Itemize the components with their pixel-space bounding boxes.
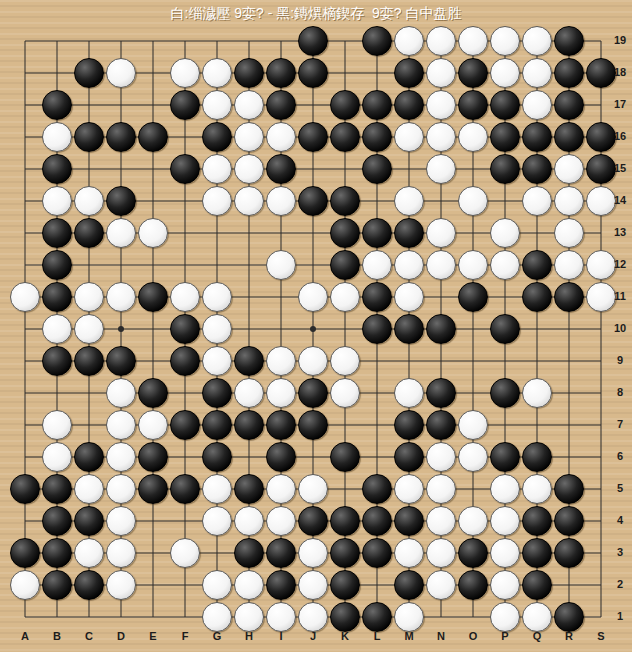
intersection-D5[interactable]	[105, 473, 137, 505]
intersection-H14[interactable]	[233, 185, 265, 217]
intersection-A3[interactable]	[9, 537, 41, 569]
intersection-R11[interactable]	[553, 281, 585, 313]
intersection-A6[interactable]	[9, 441, 41, 473]
intersection-P5[interactable]	[489, 473, 521, 505]
intersection-L17[interactable]	[361, 89, 393, 121]
intersection-L19[interactable]	[361, 25, 393, 57]
intersection-B7[interactable]	[41, 409, 73, 441]
intersection-M10[interactable]	[393, 313, 425, 345]
intersection-A8[interactable]	[9, 377, 41, 409]
intersection-E11[interactable]	[137, 281, 169, 313]
intersection-B12[interactable]	[41, 249, 73, 281]
intersection-L1[interactable]	[361, 601, 393, 633]
intersection-D3[interactable]	[105, 537, 137, 569]
intersection-G2[interactable]	[201, 569, 233, 601]
intersection-R14[interactable]	[553, 185, 585, 217]
intersection-M5[interactable]	[393, 473, 425, 505]
intersection-J10[interactable]	[297, 313, 329, 345]
intersection-F3[interactable]	[169, 537, 201, 569]
intersection-J15[interactable]	[297, 153, 329, 185]
intersection-P17[interactable]	[489, 89, 521, 121]
intersection-D18[interactable]	[105, 57, 137, 89]
intersection-N14[interactable]	[425, 185, 457, 217]
intersection-N4[interactable]	[425, 505, 457, 537]
intersection-F11[interactable]	[169, 281, 201, 313]
intersection-L12[interactable]	[361, 249, 393, 281]
intersection-P13[interactable]	[489, 217, 521, 249]
intersection-Q5[interactable]	[521, 473, 553, 505]
intersection-D10[interactable]	[105, 313, 137, 345]
intersection-K10[interactable]	[329, 313, 361, 345]
intersection-M4[interactable]	[393, 505, 425, 537]
intersection-C5[interactable]	[73, 473, 105, 505]
intersection-C2[interactable]	[73, 569, 105, 601]
intersection-L2[interactable]	[361, 569, 393, 601]
intersection-Q12[interactable]	[521, 249, 553, 281]
intersection-F17[interactable]	[169, 89, 201, 121]
intersection-R2[interactable]	[553, 569, 585, 601]
intersection-E13[interactable]	[137, 217, 169, 249]
intersection-C16[interactable]	[73, 121, 105, 153]
intersection-P6[interactable]	[489, 441, 521, 473]
intersection-R7[interactable]	[553, 409, 585, 441]
intersection-J6[interactable]	[297, 441, 329, 473]
intersection-G8[interactable]	[201, 377, 233, 409]
intersection-R13[interactable]	[553, 217, 585, 249]
intersection-J2[interactable]	[297, 569, 329, 601]
intersection-K8[interactable]	[329, 377, 361, 409]
intersection-A16[interactable]	[9, 121, 41, 153]
intersection-D17[interactable]	[105, 89, 137, 121]
intersection-I19[interactable]	[265, 25, 297, 57]
intersection-R17[interactable]	[553, 89, 585, 121]
intersection-G18[interactable]	[201, 57, 233, 89]
intersection-N9[interactable]	[425, 345, 457, 377]
intersection-L7[interactable]	[361, 409, 393, 441]
intersection-G11[interactable]	[201, 281, 233, 313]
intersection-N12[interactable]	[425, 249, 457, 281]
intersection-H10[interactable]	[233, 313, 265, 345]
intersection-J19[interactable]	[297, 25, 329, 57]
intersection-J7[interactable]	[297, 409, 329, 441]
intersection-L18[interactable]	[361, 57, 393, 89]
intersection-K5[interactable]	[329, 473, 361, 505]
intersection-B3[interactable]	[41, 537, 73, 569]
intersection-N15[interactable]	[425, 153, 457, 185]
intersection-M12[interactable]	[393, 249, 425, 281]
intersection-G16[interactable]	[201, 121, 233, 153]
intersection-E6[interactable]	[137, 441, 169, 473]
intersection-B2[interactable]	[41, 569, 73, 601]
intersection-Q19[interactable]	[521, 25, 553, 57]
intersection-F5[interactable]	[169, 473, 201, 505]
intersection-F8[interactable]	[169, 377, 201, 409]
intersection-A2[interactable]	[9, 569, 41, 601]
intersection-Q1[interactable]	[521, 601, 553, 633]
intersection-F7[interactable]	[169, 409, 201, 441]
intersection-D2[interactable]	[105, 569, 137, 601]
intersection-B6[interactable]	[41, 441, 73, 473]
intersection-C15[interactable]	[73, 153, 105, 185]
intersection-O9[interactable]	[457, 345, 489, 377]
intersection-G1[interactable]	[201, 601, 233, 633]
intersection-O4[interactable]	[457, 505, 489, 537]
intersection-Q17[interactable]	[521, 89, 553, 121]
intersection-O10[interactable]	[457, 313, 489, 345]
intersection-A12[interactable]	[9, 249, 41, 281]
intersection-L13[interactable]	[361, 217, 393, 249]
intersection-N11[interactable]	[425, 281, 457, 313]
intersection-P7[interactable]	[489, 409, 521, 441]
intersection-I5[interactable]	[265, 473, 297, 505]
intersection-C17[interactable]	[73, 89, 105, 121]
intersection-P15[interactable]	[489, 153, 521, 185]
intersection-B1[interactable]	[41, 601, 73, 633]
intersection-Q11[interactable]	[521, 281, 553, 313]
intersection-K19[interactable]	[329, 25, 361, 57]
intersection-R15[interactable]	[553, 153, 585, 185]
intersection-R3[interactable]	[553, 537, 585, 569]
intersection-M18[interactable]	[393, 57, 425, 89]
intersection-G7[interactable]	[201, 409, 233, 441]
intersection-K11[interactable]	[329, 281, 361, 313]
intersection-O7[interactable]	[457, 409, 489, 441]
intersection-D11[interactable]	[105, 281, 137, 313]
intersection-E10[interactable]	[137, 313, 169, 345]
intersection-A10[interactable]	[9, 313, 41, 345]
intersection-K4[interactable]	[329, 505, 361, 537]
intersection-P11[interactable]	[489, 281, 521, 313]
intersection-K15[interactable]	[329, 153, 361, 185]
intersection-A17[interactable]	[9, 89, 41, 121]
intersection-J14[interactable]	[297, 185, 329, 217]
intersection-M14[interactable]	[393, 185, 425, 217]
intersection-H17[interactable]	[233, 89, 265, 121]
intersection-P4[interactable]	[489, 505, 521, 537]
intersection-P3[interactable]	[489, 537, 521, 569]
intersection-H15[interactable]	[233, 153, 265, 185]
intersection-F13[interactable]	[169, 217, 201, 249]
intersection-G6[interactable]	[201, 441, 233, 473]
intersection-H13[interactable]	[233, 217, 265, 249]
intersection-E8[interactable]	[137, 377, 169, 409]
intersection-A1[interactable]	[9, 601, 41, 633]
intersection-H7[interactable]	[233, 409, 265, 441]
intersection-J5[interactable]	[297, 473, 329, 505]
intersection-L14[interactable]	[361, 185, 393, 217]
intersection-A15[interactable]	[9, 153, 41, 185]
intersection-K3[interactable]	[329, 537, 361, 569]
intersection-P1[interactable]	[489, 601, 521, 633]
intersection-G5[interactable]	[201, 473, 233, 505]
intersection-O2[interactable]	[457, 569, 489, 601]
intersection-R4[interactable]	[553, 505, 585, 537]
intersection-E4[interactable]	[137, 505, 169, 537]
intersection-H5[interactable]	[233, 473, 265, 505]
intersection-C9[interactable]	[73, 345, 105, 377]
intersection-A5[interactable]	[9, 473, 41, 505]
intersection-G17[interactable]	[201, 89, 233, 121]
intersection-B17[interactable]	[41, 89, 73, 121]
intersection-H11[interactable]	[233, 281, 265, 313]
intersection-L4[interactable]	[361, 505, 393, 537]
intersection-O3[interactable]	[457, 537, 489, 569]
intersection-A7[interactable]	[9, 409, 41, 441]
intersection-M17[interactable]	[393, 89, 425, 121]
intersection-N2[interactable]	[425, 569, 457, 601]
intersection-O15[interactable]	[457, 153, 489, 185]
intersection-D13[interactable]	[105, 217, 137, 249]
intersection-P18[interactable]	[489, 57, 521, 89]
intersection-L9[interactable]	[361, 345, 393, 377]
intersection-P10[interactable]	[489, 313, 521, 345]
intersection-F10[interactable]	[169, 313, 201, 345]
intersection-B13[interactable]	[41, 217, 73, 249]
intersection-B5[interactable]	[41, 473, 73, 505]
intersection-O6[interactable]	[457, 441, 489, 473]
intersection-G15[interactable]	[201, 153, 233, 185]
intersection-H9[interactable]	[233, 345, 265, 377]
intersection-R9[interactable]	[553, 345, 585, 377]
intersection-B10[interactable]	[41, 313, 73, 345]
intersection-J3[interactable]	[297, 537, 329, 569]
intersection-C18[interactable]	[73, 57, 105, 89]
intersection-M2[interactable]	[393, 569, 425, 601]
intersection-J4[interactable]	[297, 505, 329, 537]
intersection-L5[interactable]	[361, 473, 393, 505]
intersection-H3[interactable]	[233, 537, 265, 569]
intersection-M8[interactable]	[393, 377, 425, 409]
intersection-L3[interactable]	[361, 537, 393, 569]
intersection-H4[interactable]	[233, 505, 265, 537]
intersection-J9[interactable]	[297, 345, 329, 377]
intersection-F12[interactable]	[169, 249, 201, 281]
intersection-K17[interactable]	[329, 89, 361, 121]
intersection-I4[interactable]	[265, 505, 297, 537]
intersection-E16[interactable]	[137, 121, 169, 153]
intersection-I14[interactable]	[265, 185, 297, 217]
intersection-N6[interactable]	[425, 441, 457, 473]
intersection-E1[interactable]	[137, 601, 169, 633]
intersection-E7[interactable]	[137, 409, 169, 441]
intersection-A14[interactable]	[9, 185, 41, 217]
intersection-N8[interactable]	[425, 377, 457, 409]
intersection-D19[interactable]	[105, 25, 137, 57]
intersection-O5[interactable]	[457, 473, 489, 505]
intersection-B11[interactable]	[41, 281, 73, 313]
intersection-Q8[interactable]	[521, 377, 553, 409]
intersection-E18[interactable]	[137, 57, 169, 89]
intersection-P19[interactable]	[489, 25, 521, 57]
intersection-K18[interactable]	[329, 57, 361, 89]
intersection-P12[interactable]	[489, 249, 521, 281]
intersection-I9[interactable]	[265, 345, 297, 377]
intersection-E2[interactable]	[137, 569, 169, 601]
intersection-O13[interactable]	[457, 217, 489, 249]
intersection-R5[interactable]	[553, 473, 585, 505]
intersection-R16[interactable]	[553, 121, 585, 153]
intersection-D8[interactable]	[105, 377, 137, 409]
intersection-N1[interactable]	[425, 601, 457, 633]
intersection-F14[interactable]	[169, 185, 201, 217]
intersection-C14[interactable]	[73, 185, 105, 217]
intersection-H16[interactable]	[233, 121, 265, 153]
intersection-H6[interactable]	[233, 441, 265, 473]
intersection-M1[interactable]	[393, 601, 425, 633]
intersection-E17[interactable]	[137, 89, 169, 121]
intersection-Q13[interactable]	[521, 217, 553, 249]
intersection-M3[interactable]	[393, 537, 425, 569]
intersection-K13[interactable]	[329, 217, 361, 249]
intersection-A13[interactable]	[9, 217, 41, 249]
intersection-E15[interactable]	[137, 153, 169, 185]
intersection-O19[interactable]	[457, 25, 489, 57]
intersection-A19[interactable]	[9, 25, 41, 57]
intersection-P9[interactable]	[489, 345, 521, 377]
intersection-C6[interactable]	[73, 441, 105, 473]
intersection-E12[interactable]	[137, 249, 169, 281]
intersection-I7[interactable]	[265, 409, 297, 441]
intersection-I17[interactable]	[265, 89, 297, 121]
intersection-L15[interactable]	[361, 153, 393, 185]
intersection-C1[interactable]	[73, 601, 105, 633]
intersection-Q14[interactable]	[521, 185, 553, 217]
intersection-B9[interactable]	[41, 345, 73, 377]
intersection-K9[interactable]	[329, 345, 361, 377]
intersection-E5[interactable]	[137, 473, 169, 505]
intersection-E3[interactable]	[137, 537, 169, 569]
intersection-N3[interactable]	[425, 537, 457, 569]
intersection-J13[interactable]	[297, 217, 329, 249]
intersection-C3[interactable]	[73, 537, 105, 569]
intersection-D7[interactable]	[105, 409, 137, 441]
intersection-B14[interactable]	[41, 185, 73, 217]
intersection-O12[interactable]	[457, 249, 489, 281]
intersection-F4[interactable]	[169, 505, 201, 537]
intersection-G13[interactable]	[201, 217, 233, 249]
intersection-Q16[interactable]	[521, 121, 553, 153]
intersection-M11[interactable]	[393, 281, 425, 313]
intersection-Q10[interactable]	[521, 313, 553, 345]
intersection-B4[interactable]	[41, 505, 73, 537]
intersection-K7[interactable]	[329, 409, 361, 441]
intersection-M9[interactable]	[393, 345, 425, 377]
intersection-G14[interactable]	[201, 185, 233, 217]
intersection-I16[interactable]	[265, 121, 297, 153]
intersection-C4[interactable]	[73, 505, 105, 537]
intersection-D16[interactable]	[105, 121, 137, 153]
intersection-F1[interactable]	[169, 601, 201, 633]
intersection-B19[interactable]	[41, 25, 73, 57]
intersection-I8[interactable]	[265, 377, 297, 409]
intersection-L8[interactable]	[361, 377, 393, 409]
intersection-L6[interactable]	[361, 441, 393, 473]
intersection-B8[interactable]	[41, 377, 73, 409]
intersection-J16[interactable]	[297, 121, 329, 153]
intersection-F6[interactable]	[169, 441, 201, 473]
intersection-H8[interactable]	[233, 377, 265, 409]
intersection-K12[interactable]	[329, 249, 361, 281]
intersection-O16[interactable]	[457, 121, 489, 153]
intersection-B16[interactable]	[41, 121, 73, 153]
intersection-N10[interactable]	[425, 313, 457, 345]
intersection-I10[interactable]	[265, 313, 297, 345]
intersection-L16[interactable]	[361, 121, 393, 153]
intersection-I12[interactable]	[265, 249, 297, 281]
intersection-C12[interactable]	[73, 249, 105, 281]
intersection-N19[interactable]	[425, 25, 457, 57]
intersection-E19[interactable]	[137, 25, 169, 57]
intersection-D9[interactable]	[105, 345, 137, 377]
intersection-F9[interactable]	[169, 345, 201, 377]
intersection-O17[interactable]	[457, 89, 489, 121]
intersection-M19[interactable]	[393, 25, 425, 57]
intersection-C11[interactable]	[73, 281, 105, 313]
intersection-H18[interactable]	[233, 57, 265, 89]
intersection-C19[interactable]	[73, 25, 105, 57]
intersection-D1[interactable]	[105, 601, 137, 633]
intersection-J8[interactable]	[297, 377, 329, 409]
intersection-F18[interactable]	[169, 57, 201, 89]
intersection-F16[interactable]	[169, 121, 201, 153]
intersection-J11[interactable]	[297, 281, 329, 313]
intersection-G12[interactable]	[201, 249, 233, 281]
intersection-I11[interactable]	[265, 281, 297, 313]
intersection-M15[interactable]	[393, 153, 425, 185]
intersection-C7[interactable]	[73, 409, 105, 441]
intersection-G3[interactable]	[201, 537, 233, 569]
intersection-B15[interactable]	[41, 153, 73, 185]
intersection-K6[interactable]	[329, 441, 361, 473]
intersection-C13[interactable]	[73, 217, 105, 249]
intersection-A18[interactable]	[9, 57, 41, 89]
intersection-P14[interactable]	[489, 185, 521, 217]
intersection-J18[interactable]	[297, 57, 329, 89]
intersection-J12[interactable]	[297, 249, 329, 281]
intersection-Q18[interactable]	[521, 57, 553, 89]
intersection-N5[interactable]	[425, 473, 457, 505]
intersection-C10[interactable]	[73, 313, 105, 345]
intersection-D12[interactable]	[105, 249, 137, 281]
intersection-I6[interactable]	[265, 441, 297, 473]
intersection-Q4[interactable]	[521, 505, 553, 537]
intersection-Q9[interactable]	[521, 345, 553, 377]
intersection-G4[interactable]	[201, 505, 233, 537]
intersection-I3[interactable]	[265, 537, 297, 569]
intersection-N17[interactable]	[425, 89, 457, 121]
intersection-F2[interactable]	[169, 569, 201, 601]
intersection-O11[interactable]	[457, 281, 489, 313]
intersection-D15[interactable]	[105, 153, 137, 185]
intersection-D14[interactable]	[105, 185, 137, 217]
intersection-B18[interactable]	[41, 57, 73, 89]
intersection-I18[interactable]	[265, 57, 297, 89]
intersection-F19[interactable]	[169, 25, 201, 57]
intersection-Q6[interactable]	[521, 441, 553, 473]
intersection-Q15[interactable]	[521, 153, 553, 185]
intersection-J17[interactable]	[297, 89, 329, 121]
intersection-I15[interactable]	[265, 153, 297, 185]
intersection-P16[interactable]	[489, 121, 521, 153]
intersection-K1[interactable]	[329, 601, 361, 633]
intersection-N18[interactable]	[425, 57, 457, 89]
intersection-R10[interactable]	[553, 313, 585, 345]
intersection-R8[interactable]	[553, 377, 585, 409]
intersection-P2[interactable]	[489, 569, 521, 601]
intersection-Q3[interactable]	[521, 537, 553, 569]
intersection-R6[interactable]	[553, 441, 585, 473]
intersection-J1[interactable]	[297, 601, 329, 633]
